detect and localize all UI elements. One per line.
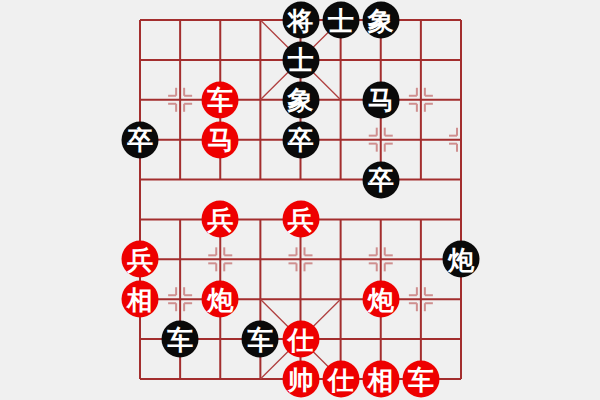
piece-black-soldier[interactable]: 卒 bbox=[362, 161, 399, 198]
piece-red-cannon[interactable]: 炮 bbox=[202, 281, 239, 318]
piece-black-chariot[interactable]: 车 bbox=[162, 321, 199, 358]
piece-red-soldier[interactable]: 兵 bbox=[202, 201, 239, 238]
piece-red-chariot[interactable]: 车 bbox=[402, 361, 439, 398]
piece-red-advisor[interactable]: 仕 bbox=[322, 361, 359, 398]
piece-red-advisor[interactable]: 仕 bbox=[282, 321, 319, 358]
piece-red-soldier[interactable]: 兵 bbox=[282, 201, 319, 238]
piece-black-advisor[interactable]: 士 bbox=[282, 41, 319, 78]
piece-black-general[interactable]: 将 bbox=[282, 2, 319, 39]
piece-black-advisor[interactable]: 士 bbox=[322, 2, 359, 39]
xiangqi-board: 将士象士车象马卒马卒卒兵兵兵炮相炮炮车车仕帅仕相车 bbox=[0, 0, 600, 400]
piece-black-cannon[interactable]: 炮 bbox=[443, 241, 480, 278]
piece-red-elephant[interactable]: 相 bbox=[362, 361, 399, 398]
piece-red-soldier[interactable]: 兵 bbox=[122, 241, 159, 278]
piece-red-chariot[interactable]: 车 bbox=[202, 81, 239, 118]
piece-black-elephant[interactable]: 象 bbox=[362, 2, 399, 39]
piece-red-general[interactable]: 帅 bbox=[282, 361, 319, 398]
piece-black-horse[interactable]: 马 bbox=[362, 81, 399, 118]
piece-black-chariot[interactable]: 车 bbox=[242, 321, 279, 358]
piece-black-soldier[interactable]: 卒 bbox=[282, 121, 319, 158]
piece-red-elephant[interactable]: 相 bbox=[122, 281, 159, 318]
piece-red-horse[interactable]: 马 bbox=[202, 121, 239, 158]
piece-red-cannon[interactable]: 炮 bbox=[362, 281, 399, 318]
piece-black-elephant[interactable]: 象 bbox=[282, 81, 319, 118]
piece-black-soldier[interactable]: 卒 bbox=[122, 121, 159, 158]
